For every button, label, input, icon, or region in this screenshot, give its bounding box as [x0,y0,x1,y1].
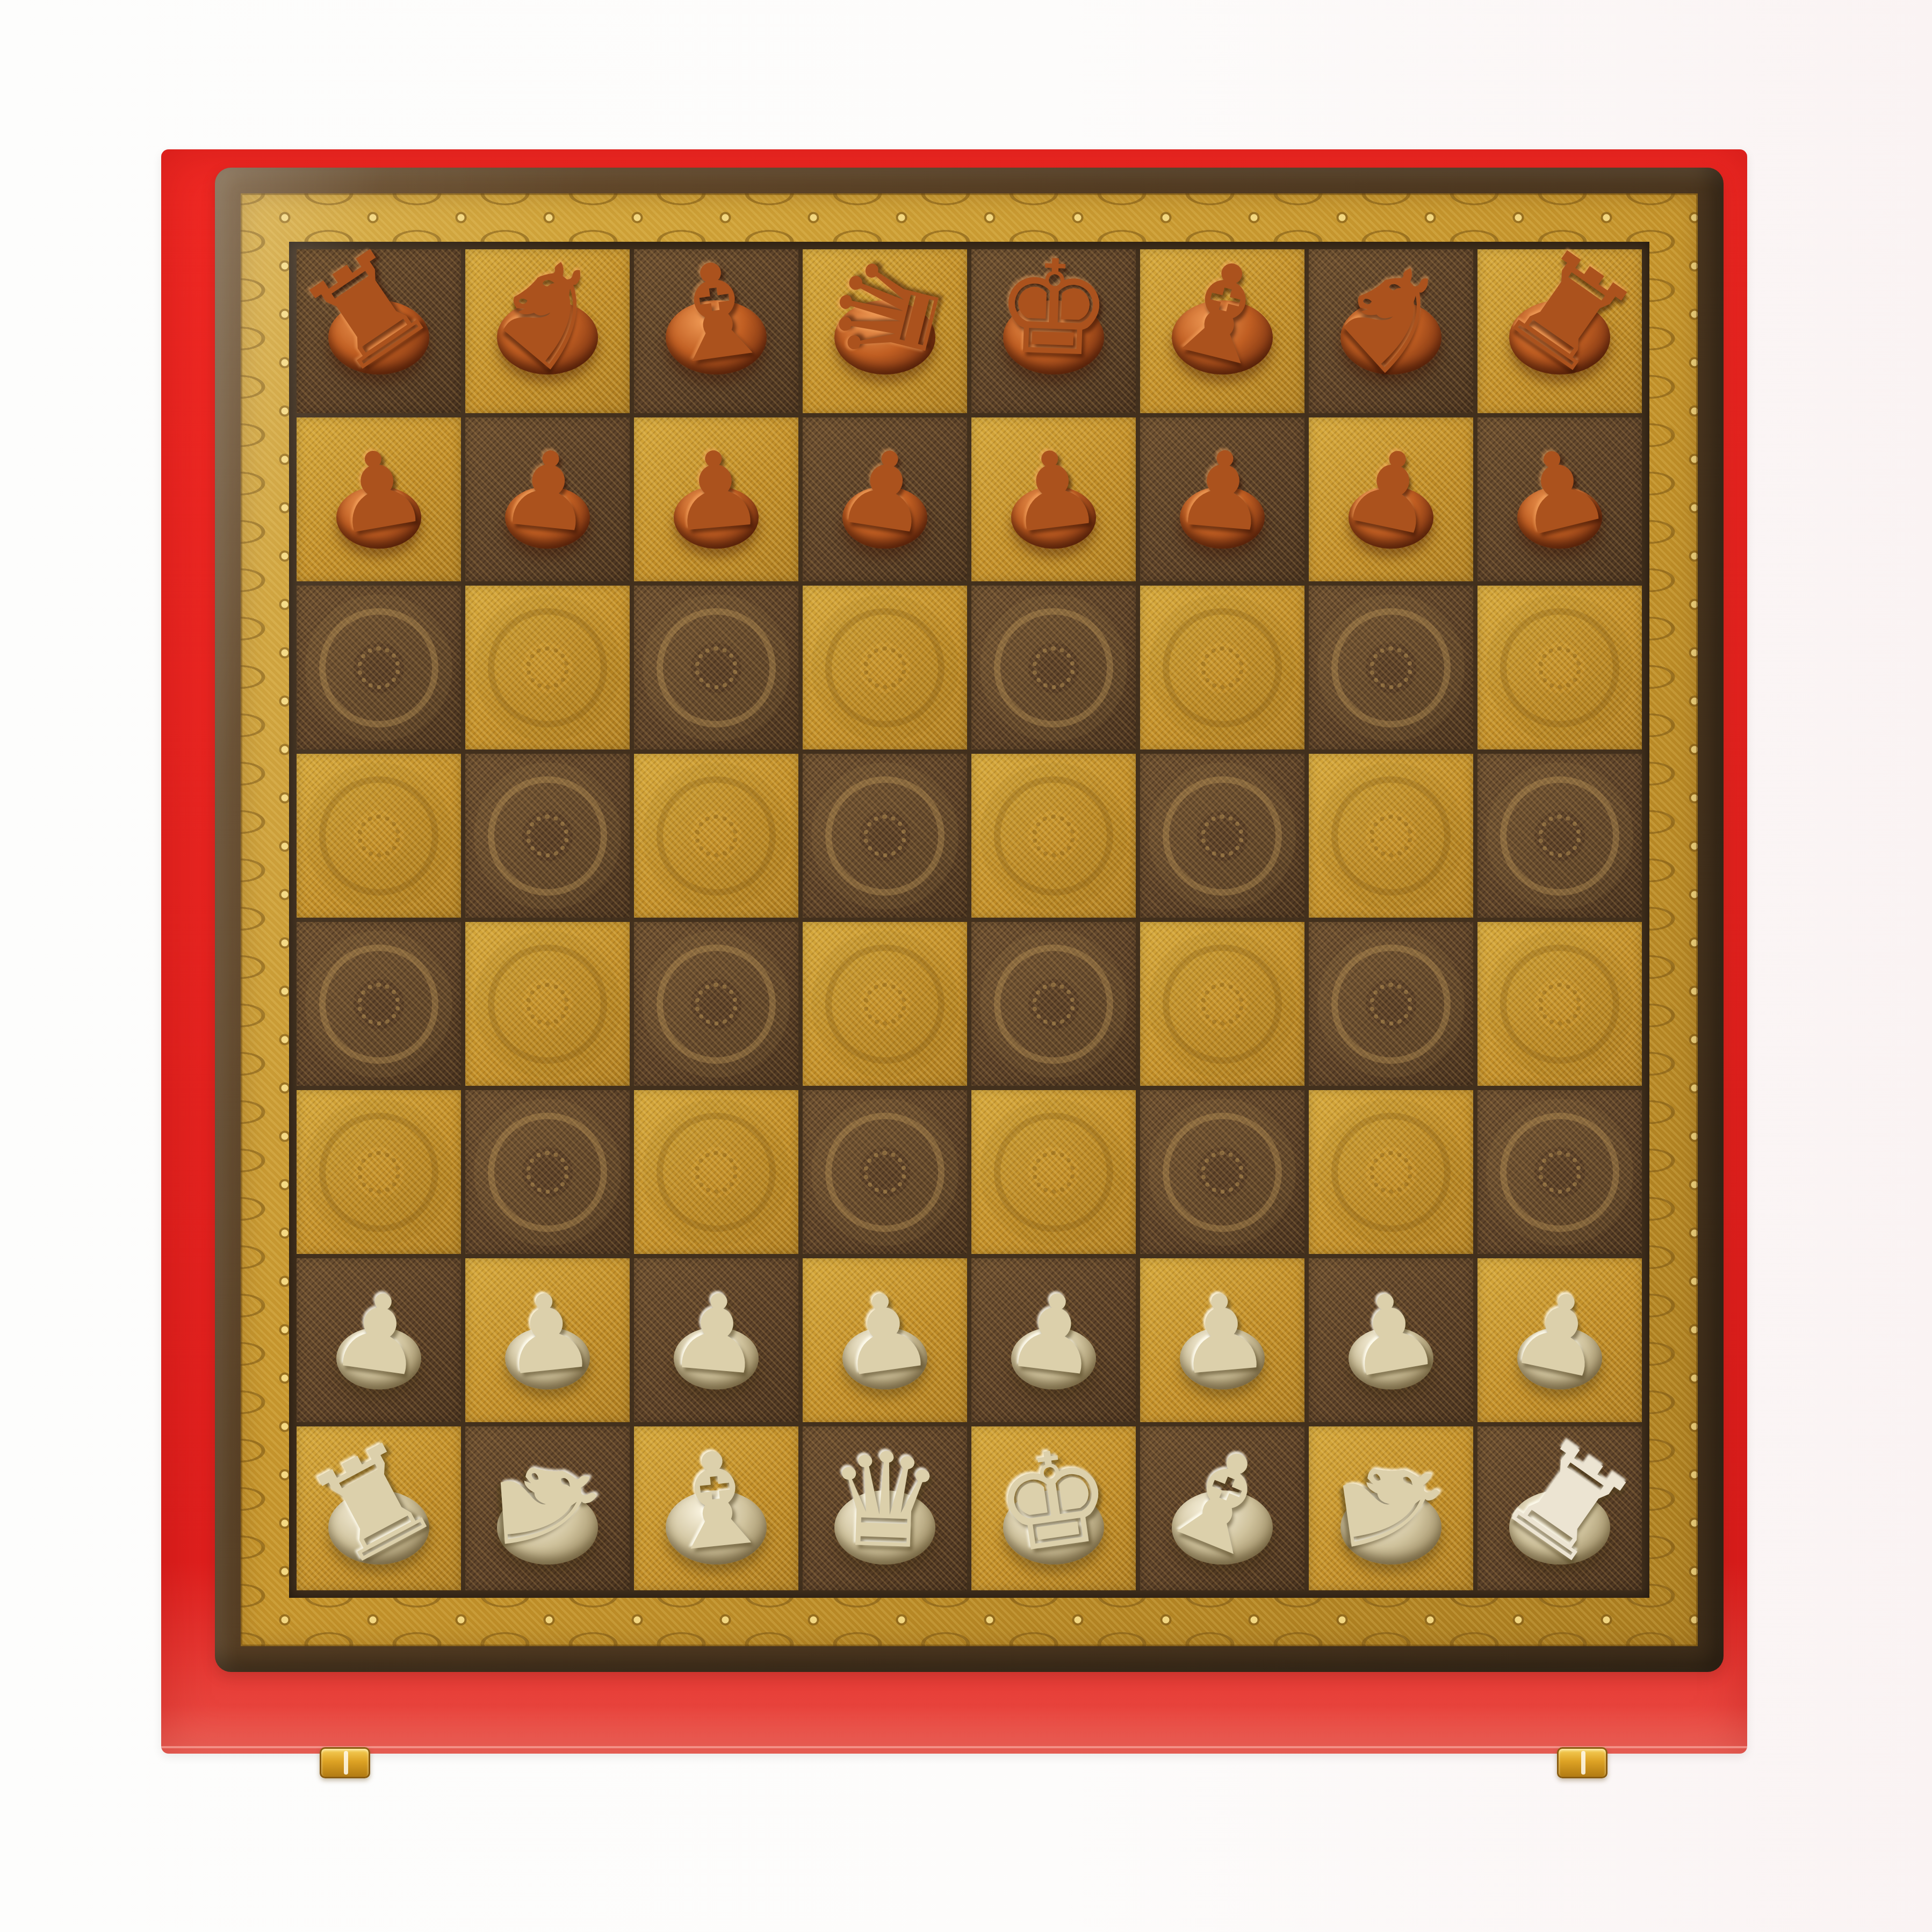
piece-glyph: ♟ [1292,384,1490,596]
copper-bishop: ♝ [634,249,798,413]
square-c6 [634,586,798,749]
square-h5 [1477,754,1642,918]
square-b5 [465,754,630,918]
piece-glyph: ♟ [1295,1231,1488,1435]
square-a5 [297,754,461,918]
copper-pawn: ♟ [465,417,630,581]
square-h4 [1477,922,1642,1086]
piece-glyph: ♛ [799,1408,970,1593]
square-e8: ♚ [971,249,1136,413]
square-a3 [297,1090,461,1254]
board-plate: ♜♞♝♛♚♝♞♜♟♟♟♟♟♟♟♟♟♟♟♟♟♟♟♟♜♞♝♛♚♝♞♜ [215,168,1724,1672]
copper-pawn: ♟ [1309,417,1473,581]
square-g6 [1309,586,1473,749]
piece-glyph: ♟ [626,1237,806,1429]
copper-pawn: ♟ [803,417,967,581]
copper-pawn: ♟ [971,417,1136,581]
square-f4 [1140,922,1304,1086]
silver-pawn: ♟ [971,1258,1136,1422]
piece-glyph: ♟ [457,1236,639,1430]
piece-glyph: ♟ [791,1234,978,1432]
photo-background: ♜♞♝♛♚♝♞♜♟♟♟♟♟♟♟♟♟♟♟♟♟♟♟♟♜♞♝♛♚♝♞♜ [0,0,1932,1932]
square-c8: ♝ [634,249,798,413]
silver-king: ♚ [971,1426,1136,1590]
square-g3 [1309,1090,1473,1254]
piece-glyph: ♟ [789,387,980,593]
silver-pawn: ♟ [1309,1258,1473,1422]
silver-queen: ♛ [803,1426,967,1590]
square-b4 [465,922,630,1086]
square-g2: ♟ [1309,1258,1473,1422]
square-a6 [297,586,461,749]
silver-pawn: ♟ [1140,1258,1304,1422]
square-b8: ♞ [465,249,630,413]
square-e3 [971,1090,1136,1254]
square-h3 [1477,1090,1642,1254]
copper-pawn: ♟ [634,417,798,581]
piece-glyph: ♟ [282,386,475,594]
square-b2: ♟ [465,1258,630,1422]
gold-border-frame: ♜♞♝♛♚♝♞♜♟♟♟♟♟♟♟♟♟♟♟♟♟♟♟♟♜♞♝♛♚♝♞♜ [241,193,1698,1646]
square-d6 [803,586,967,749]
square-d1: ♛ [803,1426,967,1590]
piece-glyph: ♟ [1133,1237,1312,1429]
square-c5 [634,754,798,918]
square-e5 [971,754,1136,918]
square-a7: ♟ [297,417,461,581]
silver-pawn: ♟ [465,1258,630,1422]
squares-area: ♜♞♝♛♚♝♞♜♟♟♟♟♟♟♟♟♟♟♟♟♟♟♟♟♜♞♝♛♚♝♞♜ [289,242,1649,1598]
square-a1: ♜ [297,1426,461,1590]
piece-glyph: ♟ [456,391,639,589]
square-f5 [1140,754,1304,918]
square-f1: ♝ [1140,1426,1304,1590]
hinge-left [320,1747,370,1778]
square-h1: ♜ [1477,1426,1642,1590]
piece-glyph: ♝ [621,200,811,424]
square-b7: ♟ [465,417,630,581]
silver-rook: ♜ [1477,1426,1642,1590]
piece-glyph: ♞ [452,1415,644,1592]
square-e7: ♟ [971,417,1136,581]
piece-glyph: ♞ [1291,1410,1492,1598]
silver-pawn: ♟ [297,1258,461,1422]
copper-pawn: ♟ [1140,417,1304,581]
piece-glyph: ♝ [625,1402,807,1598]
square-f3 [1140,1090,1304,1254]
silver-knight: ♞ [1309,1426,1473,1590]
square-e2: ♟ [971,1258,1136,1422]
square-d7: ♟ [803,417,967,581]
piece-glyph: ♚ [968,204,1140,412]
square-g7: ♟ [1309,417,1473,581]
piece-glyph: ♟ [961,390,1146,591]
square-c4 [634,922,798,1086]
square-c1: ♝ [634,1426,798,1590]
square-a2: ♟ [297,1258,461,1422]
copper-king: ♚ [971,249,1136,413]
square-d2: ♟ [803,1258,967,1422]
square-f6 [1140,586,1304,749]
square-a4 [297,922,461,1086]
square-g1: ♞ [1309,1426,1473,1590]
copper-pawn: ♟ [297,417,461,581]
square-h7: ♟ [1477,417,1642,581]
piece-glyph: ♟ [626,392,806,588]
square-f7: ♟ [1140,417,1304,581]
square-c7: ♟ [634,417,798,581]
piece-glyph: ♟ [1133,392,1312,588]
piece-glyph: ♚ [960,1400,1148,1601]
silver-bishop: ♝ [634,1426,798,1590]
square-d3 [803,1090,967,1254]
square-d4 [803,922,967,1086]
square-g5 [1309,754,1473,918]
hinge-right [1557,1747,1607,1778]
square-f2: ♟ [1140,1258,1304,1422]
square-b3 [465,1090,630,1254]
square-b6 [465,586,630,749]
piece-glyph: ♟ [1458,382,1662,599]
silver-pawn: ♟ [634,1258,798,1422]
square-g4 [1309,922,1473,1086]
copper-pawn: ♟ [1477,417,1642,581]
board-grid: ♜♞♝♛♚♝♞♜♟♟♟♟♟♟♟♟♟♟♟♟♟♟♟♟♜♞♝♛♚♝♞♜ [297,249,1642,1590]
square-e6 [971,586,1136,749]
square-c2: ♟ [634,1258,798,1422]
copper-knight: ♞ [465,249,630,413]
silver-rook: ♜ [297,1426,461,1590]
square-b1: ♞ [465,1426,630,1590]
silver-pawn: ♟ [803,1258,967,1422]
silver-knight: ♞ [465,1426,630,1590]
square-h6 [1477,586,1642,749]
square-e1: ♚ [971,1426,1136,1590]
square-e4 [971,922,1136,1086]
silver-bishop: ♝ [1140,1426,1304,1590]
square-d5 [803,754,967,918]
square-c3 [634,1090,798,1254]
